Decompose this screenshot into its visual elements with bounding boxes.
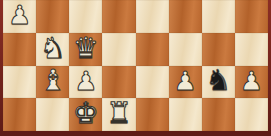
square-g4[interactable] <box>202 0 235 33</box>
white-pawn-piece[interactable]: ♟ <box>174 68 197 94</box>
white-pawn-piece[interactable]: ♟ <box>74 68 97 94</box>
white-pawn-piece[interactable]: ♟ <box>8 2 31 28</box>
square-e4[interactable] <box>136 0 169 33</box>
square-d3[interactable] <box>102 33 135 66</box>
square-e3[interactable] <box>136 33 169 66</box>
white-knight-piece[interactable]: ♞ <box>40 34 66 63</box>
white-king-piece[interactable]: ♚ <box>73 99 99 128</box>
square-h4[interactable] <box>235 0 268 33</box>
square-c3[interactable]: ♛ <box>69 33 102 66</box>
square-f1[interactable] <box>169 98 202 131</box>
square-f4[interactable] <box>169 0 202 33</box>
square-h3[interactable] <box>235 33 268 66</box>
square-g1[interactable] <box>202 98 235 131</box>
square-b1[interactable] <box>36 98 69 131</box>
white-bishop-piece[interactable]: ♝ <box>40 66 66 95</box>
square-a3[interactable] <box>3 33 36 66</box>
square-f3[interactable] <box>169 33 202 66</box>
square-b4[interactable] <box>36 0 69 33</box>
square-c1[interactable]: ♚ <box>69 98 102 131</box>
board-frame: ♟♞♛♝♟♟♞♟♚♜ <box>0 0 271 136</box>
square-b2[interactable]: ♝ <box>36 66 69 99</box>
square-c2[interactable]: ♟ <box>69 66 102 99</box>
square-e2[interactable] <box>136 66 169 99</box>
screenshot-stage: ♟♞♛♝♟♟♞♟♚♜ <box>0 0 271 136</box>
square-a1[interactable] <box>3 98 36 131</box>
square-d2[interactable] <box>102 66 135 99</box>
square-g3[interactable] <box>202 33 235 66</box>
square-g2[interactable]: ♞ <box>202 66 235 99</box>
white-pawn-piece[interactable]: ♟ <box>240 68 263 94</box>
white-rook-piece[interactable]: ♜ <box>106 99 132 128</box>
square-d4[interactable] <box>102 0 135 33</box>
white-queen-piece[interactable]: ♛ <box>73 34 99 63</box>
chess-board: ♟♞♛♝♟♟♞♟♚♜ <box>3 0 268 131</box>
square-a2[interactable] <box>3 66 36 99</box>
square-b3[interactable]: ♞ <box>36 33 69 66</box>
black-knight-piece[interactable]: ♞ <box>205 66 231 95</box>
square-h1[interactable] <box>235 98 268 131</box>
square-e1[interactable] <box>136 98 169 131</box>
square-c4[interactable] <box>69 0 102 33</box>
square-f2[interactable]: ♟ <box>169 66 202 99</box>
square-d1[interactable]: ♜ <box>102 98 135 131</box>
square-h2[interactable]: ♟ <box>235 66 268 99</box>
square-a4[interactable]: ♟ <box>3 0 36 33</box>
